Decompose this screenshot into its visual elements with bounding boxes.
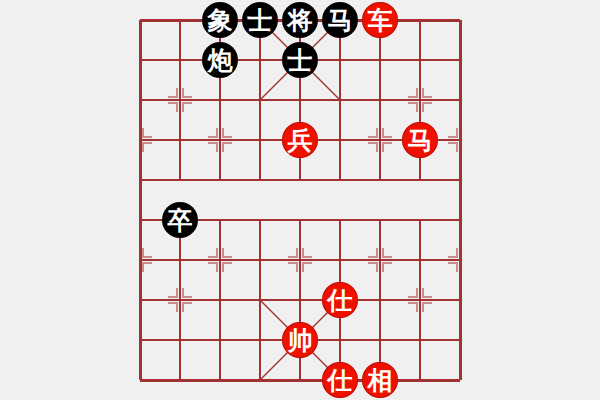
board-point[interactable] (320, 200, 360, 240)
board-point[interactable] (400, 160, 440, 200)
board-point[interactable] (440, 200, 480, 240)
board-point[interactable] (400, 360, 440, 400)
board-point[interactable] (160, 240, 200, 280)
board-point[interactable] (240, 280, 280, 320)
piece-red-horse[interactable]: 马 (402, 122, 438, 158)
board-point[interactable] (280, 200, 320, 240)
board-point[interactable] (200, 200, 240, 240)
board-point[interactable] (120, 0, 160, 40)
piece-black-general[interactable]: 将 (282, 2, 318, 38)
board-point[interactable] (280, 160, 320, 200)
board-point[interactable] (320, 80, 360, 120)
board-point[interactable] (360, 200, 400, 240)
board-point[interactable] (320, 40, 360, 80)
board-point[interactable] (360, 320, 400, 360)
board-point[interactable] (160, 120, 200, 160)
board-point[interactable] (240, 320, 280, 360)
piece-black-horse[interactable]: 马 (322, 2, 358, 38)
piece-red-elephant[interactable]: 相 (362, 362, 398, 398)
board-point[interactable] (240, 240, 280, 280)
piece-red-chariot[interactable]: 车 (362, 2, 398, 38)
board-point[interactable] (360, 240, 400, 280)
board-point[interactable] (120, 240, 160, 280)
board-point[interactable] (240, 40, 280, 80)
board-point[interactable] (440, 240, 480, 280)
board-point[interactable] (280, 280, 320, 320)
board-point[interactable] (360, 160, 400, 200)
board-point[interactable] (120, 360, 160, 400)
board-point[interactable] (400, 240, 440, 280)
board-point[interactable] (200, 360, 240, 400)
board-point[interactable] (360, 120, 400, 160)
board-point[interactable] (160, 160, 200, 200)
board-point[interactable] (160, 360, 200, 400)
board-point[interactable] (240, 200, 280, 240)
board-point[interactable] (400, 320, 440, 360)
board-point[interactable] (320, 240, 360, 280)
piece-black-advisor[interactable]: 士 (242, 2, 278, 38)
board-point[interactable] (440, 80, 480, 120)
board-point[interactable] (280, 80, 320, 120)
piece-black-cannon[interactable]: 炮 (202, 42, 238, 78)
piece-black-elephant[interactable]: 象 (202, 2, 238, 38)
piece-black-soldier[interactable]: 卒 (162, 202, 198, 238)
board-point[interactable] (400, 0, 440, 40)
board-point[interactable] (320, 120, 360, 160)
board-point[interactable] (120, 40, 160, 80)
board-point[interactable] (160, 320, 200, 360)
xiangqi-board: 象士将马车炮士兵马卒仕帅仕相 (120, 0, 480, 400)
board-point[interactable] (280, 240, 320, 280)
board-point[interactable] (360, 80, 400, 120)
board-point[interactable] (440, 120, 480, 160)
piece-red-general[interactable]: 帅 (282, 322, 318, 358)
board-point[interactable] (160, 280, 200, 320)
board-point[interactable] (120, 160, 160, 200)
board-point[interactable] (240, 120, 280, 160)
board-point[interactable] (280, 360, 320, 400)
board-point[interactable] (200, 120, 240, 160)
piece-red-soldier[interactable]: 兵 (282, 122, 318, 158)
piece-red-advisor[interactable]: 仕 (322, 282, 358, 318)
board-point[interactable] (400, 80, 440, 120)
board-point[interactable] (440, 0, 480, 40)
board-point[interactable] (440, 40, 480, 80)
board-point[interactable] (320, 320, 360, 360)
board-point[interactable] (440, 160, 480, 200)
board-point[interactable] (200, 320, 240, 360)
board-point[interactable] (120, 320, 160, 360)
board-point[interactable] (360, 280, 400, 320)
board-point[interactable] (200, 160, 240, 200)
board-point[interactable] (240, 360, 280, 400)
board-point[interactable] (160, 0, 200, 40)
board-point[interactable] (160, 40, 200, 80)
board-point[interactable] (120, 80, 160, 120)
board-point[interactable] (200, 280, 240, 320)
board-point[interactable] (400, 40, 440, 80)
board-point[interactable] (440, 360, 480, 400)
board-point[interactable] (160, 80, 200, 120)
board-point[interactable] (360, 40, 400, 80)
piece-black-advisor[interactable]: 士 (282, 42, 318, 78)
board-point[interactable] (200, 80, 240, 120)
board-point[interactable] (440, 280, 480, 320)
board-point[interactable] (240, 80, 280, 120)
board-point[interactable] (320, 160, 360, 200)
board-point[interactable] (120, 120, 160, 160)
piece-red-advisor[interactable]: 仕 (322, 362, 358, 398)
board-point[interactable] (120, 280, 160, 320)
board-point[interactable] (240, 160, 280, 200)
board-point[interactable] (440, 320, 480, 360)
board-point[interactable] (120, 200, 160, 240)
board-point[interactable] (400, 280, 440, 320)
board-point[interactable] (400, 200, 440, 240)
board-point[interactable] (200, 240, 240, 280)
xiangqi-board-area: 象士将马车炮士兵马卒仕帅仕相 (0, 0, 600, 400)
